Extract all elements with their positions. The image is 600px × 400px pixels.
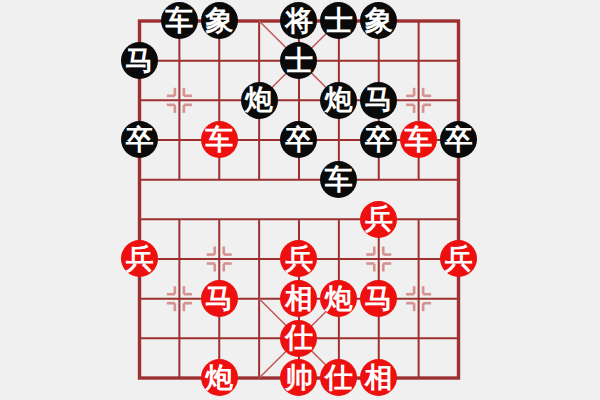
piece-black-cannon[interactable]: 炮 <box>320 82 357 119</box>
piece-red-soldier[interactable]: 兵 <box>121 240 158 277</box>
piece-black-horse[interactable]: 马 <box>121 42 158 79</box>
piece-red-cannon[interactable]: 炮 <box>320 280 357 317</box>
piece-red-cannon[interactable]: 炮 <box>201 359 238 396</box>
piece-black-elephant[interactable]: 象 <box>360 2 397 39</box>
piece-red-soldier[interactable]: 兵 <box>280 240 317 277</box>
app-background: 车象将士象马士炮炮马卒车卒卒车卒车兵兵兵兵马相炮马仕炮帅仕相 <box>0 0 600 400</box>
piece-black-soldier[interactable]: 卒 <box>121 121 158 158</box>
piece-black-cannon[interactable]: 炮 <box>241 82 278 119</box>
piece-black-horse[interactable]: 马 <box>360 82 397 119</box>
piece-red-advisor[interactable]: 仕 <box>280 320 317 357</box>
piece-black-elephant[interactable]: 象 <box>201 2 238 39</box>
piece-red-horse[interactable]: 马 <box>201 280 238 317</box>
piece-red-soldier[interactable]: 兵 <box>360 201 397 238</box>
piece-red-horse[interactable]: 马 <box>360 280 397 317</box>
piece-red-rook[interactable]: 车 <box>201 121 238 158</box>
piece-black-soldier[interactable]: 卒 <box>280 121 317 158</box>
piece-red-advisor[interactable]: 仕 <box>320 359 357 396</box>
piece-black-soldier[interactable]: 卒 <box>440 121 477 158</box>
piece-red-general[interactable]: 帅 <box>280 359 317 396</box>
piece-black-advisor[interactable]: 士 <box>280 42 317 79</box>
xiangqi-board: 车象将士象马士炮炮马卒车卒卒车卒车兵兵兵兵马相炮马仕炮帅仕相 <box>120 1 479 398</box>
piece-red-soldier[interactable]: 兵 <box>440 240 477 277</box>
piece-black-advisor[interactable]: 士 <box>320 2 357 39</box>
piece-red-elephant[interactable]: 相 <box>360 359 397 396</box>
piece-black-general[interactable]: 将 <box>280 2 317 39</box>
piece-black-rook[interactable]: 车 <box>320 161 357 198</box>
piece-red-rook[interactable]: 车 <box>400 121 437 158</box>
piece-red-elephant[interactable]: 相 <box>280 280 317 317</box>
piece-black-rook[interactable]: 车 <box>161 2 198 39</box>
piece-black-soldier[interactable]: 卒 <box>360 121 397 158</box>
